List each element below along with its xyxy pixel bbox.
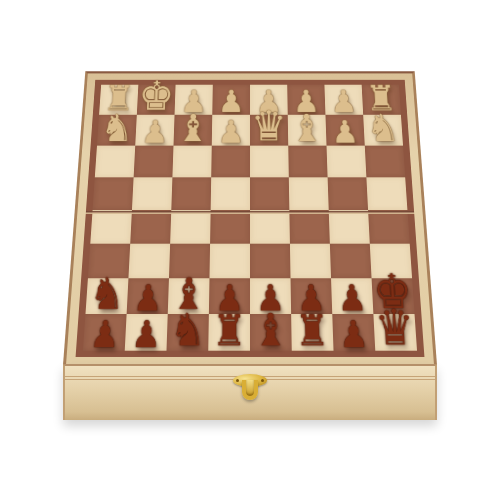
board-front-face — [63, 364, 437, 420]
square-d8: ♟ — [212, 85, 250, 115]
dark-pawn-b1: ♟ — [131, 315, 162, 352]
square-e8: ♟ — [250, 85, 288, 115]
dark-pawn-g1: ♟ — [338, 315, 369, 352]
dark-rook-d1: ♜ — [212, 310, 246, 353]
square-e6 — [250, 146, 289, 178]
light-king-b8: ♚ — [138, 76, 175, 116]
square-b2: ♟ — [127, 278, 169, 314]
light-bishop-c7: ♝ — [176, 110, 209, 148]
square-e3 — [250, 244, 291, 279]
square-a5 — [93, 177, 134, 210]
square-b3 — [128, 244, 170, 279]
dark-pawn-d2: ♟ — [215, 280, 244, 316]
board-border-mat: ♜♚♟♟♟♟♟♜♞♟♝♟♛♝♟♞♞♟♝♟♟♟♟♚♟♟♞♜♝♜♟♛ — [76, 80, 425, 357]
square-g7: ♟ — [325, 115, 364, 146]
square-a3 — [88, 244, 130, 279]
square-a6 — [95, 146, 135, 178]
square-d3 — [209, 244, 250, 279]
square-f7: ♝ — [288, 115, 327, 146]
square-d2: ♟ — [209, 278, 250, 314]
light-pawn-g8: ♟ — [330, 86, 358, 116]
square-a7: ♞ — [97, 115, 137, 146]
square-g6 — [327, 146, 367, 178]
square-g1: ♟ — [332, 314, 375, 351]
square-g5 — [328, 177, 368, 210]
light-knight-a7: ♞ — [100, 110, 135, 148]
light-pawn-g7: ♟ — [331, 116, 359, 147]
square-f2: ♟ — [291, 278, 333, 314]
light-bishop-f7: ♝ — [290, 110, 323, 148]
square-h4 — [368, 210, 410, 244]
square-e2: ♟ — [250, 278, 291, 314]
square-e7: ♛ — [250, 115, 288, 146]
square-c4 — [170, 210, 211, 244]
square-f8: ♟ — [287, 85, 325, 115]
dark-bishop-e1: ♝ — [253, 308, 289, 353]
square-h5 — [366, 177, 407, 210]
square-c8: ♟ — [175, 85, 213, 115]
square-b5 — [132, 177, 172, 210]
square-b8: ♚ — [137, 85, 176, 115]
light-pawn-c8: ♟ — [180, 86, 207, 116]
square-h1: ♛ — [373, 314, 417, 351]
light-pawn-b7: ♟ — [141, 116, 169, 147]
square-a4 — [90, 210, 132, 244]
dark-pawn-b2: ♟ — [133, 280, 163, 316]
square-b6 — [134, 146, 174, 178]
square-c1: ♞ — [166, 314, 208, 351]
square-h3 — [370, 244, 412, 279]
light-rook-a8: ♜ — [103, 81, 135, 116]
dark-pawn-f2: ♟ — [297, 280, 327, 316]
dark-rook-f1: ♜ — [295, 310, 330, 353]
brass-clasp — [230, 374, 270, 414]
chess-board-grid: ♜♚♟♟♟♟♟♜♞♟♝♟♛♝♟♞♞♟♝♟♟♟♟♚♟♟♞♜♝♜♟♛ — [83, 85, 417, 351]
square-h2: ♚ — [372, 278, 415, 314]
square-c5 — [171, 177, 211, 210]
hinge-fold-line — [86, 211, 415, 214]
light-knight-h7: ♞ — [366, 110, 401, 148]
square-h8: ♜ — [362, 85, 401, 115]
square-d7: ♟ — [212, 115, 250, 146]
light-pawn-d7: ♟ — [217, 116, 244, 147]
square-f6 — [288, 146, 327, 178]
square-f1: ♜ — [291, 314, 333, 351]
board-top-surface: ♜♚♟♟♟♟♟♜♞♟♝♟♛♝♟♞♞♟♝♟♟♟♟♚♟♟♞♜♝♜♟♛ — [63, 71, 437, 365]
light-rook-h8: ♜ — [365, 81, 397, 116]
square-c7: ♝ — [173, 115, 212, 146]
square-c3 — [169, 244, 210, 279]
dark-knight-c1: ♞ — [169, 308, 205, 353]
light-pawn-e8: ♟ — [255, 86, 282, 116]
square-f5 — [289, 177, 329, 210]
square-d1: ♜ — [208, 314, 250, 351]
clasp-hook — [242, 380, 258, 400]
square-e1: ♝ — [250, 314, 292, 351]
square-g3 — [330, 244, 372, 279]
dark-bishop-c2: ♝ — [171, 272, 207, 315]
square-e5 — [250, 177, 289, 210]
square-a8: ♜ — [99, 85, 138, 115]
square-d4 — [210, 210, 250, 244]
chess-set: ♜♚♟♟♟♟♟♜♞♟♝♟♛♝♟♞♞♟♝♟♟♟♟♚♟♟♞♜♝♜♟♛ — [63, 0, 437, 420]
square-c2: ♝ — [168, 278, 210, 314]
square-g4 — [329, 210, 370, 244]
board-frame: ♜♚♟♟♟♟♟♜♞♟♝♟♛♝♟♞♞♟♝♟♟♟♟♚♟♟♞♜♝♜♟♛ — [63, 71, 437, 365]
square-e4 — [250, 210, 290, 244]
clasp-screw-icon — [236, 379, 239, 382]
clasp-screw-icon — [261, 379, 264, 382]
square-h7: ♞ — [363, 115, 403, 146]
square-b7: ♟ — [135, 115, 174, 146]
square-b1: ♟ — [125, 314, 168, 351]
dark-pawn-a1: ♟ — [89, 315, 120, 352]
square-c6 — [172, 146, 211, 178]
square-h6 — [365, 146, 405, 178]
square-d5 — [211, 177, 250, 210]
square-g2: ♟ — [331, 278, 373, 314]
square-g8: ♟ — [324, 85, 363, 115]
square-f3 — [290, 244, 331, 279]
square-b4 — [130, 210, 171, 244]
dark-pawn-g2: ♟ — [337, 280, 367, 316]
dark-pawn-e2: ♟ — [256, 280, 285, 316]
dark-knight-a2: ♞ — [88, 272, 125, 315]
light-pawn-d8: ♟ — [218, 86, 245, 116]
light-pawn-f8: ♟ — [293, 86, 320, 116]
product-photo-scene: ♜♚♟♟♟♟♟♜♞♟♝♟♛♝♟♞♞♟♝♟♟♟♟♚♟♟♞♜♝♜♟♛ — [0, 0, 500, 500]
square-a1: ♟ — [83, 314, 127, 351]
square-f4 — [289, 210, 330, 244]
square-d6 — [211, 146, 250, 178]
square-a2: ♞ — [85, 278, 128, 314]
